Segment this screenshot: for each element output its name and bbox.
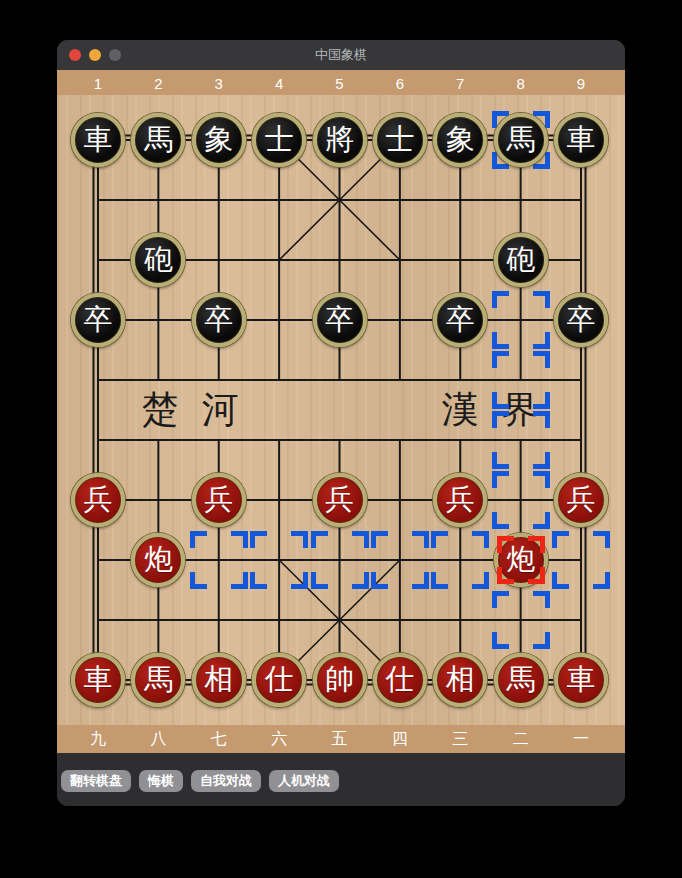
piece-black-elephant[interactable]: 象 [433,113,487,167]
piece-black-soldier[interactable]: 卒 [554,293,608,347]
legal-move-marker[interactable] [492,591,550,649]
file-label: 7 [456,74,464,91]
piece-red-soldier[interactable]: 兵 [313,473,367,527]
undo-move-button[interactable]: 悔棋 [139,770,183,792]
piece-red-chariot[interactable]: 車 [554,653,608,707]
file-label: 4 [275,74,283,91]
file-label: 八 [150,729,166,750]
piece-red-horse[interactable]: 馬 [494,653,548,707]
file-label: 六 [271,729,287,750]
piece-red-advisor[interactable]: 仕 [252,653,306,707]
file-label: 1 [94,74,102,91]
file-label: 二 [513,729,529,750]
bottom-file-labels: 九八七六五四三二一 [57,725,625,753]
file-label: 四 [392,729,408,750]
human-vs-ai-button[interactable]: 人机对战 [269,770,339,792]
piece-red-soldier[interactable]: 兵 [192,473,246,527]
piece-red-soldier[interactable]: 兵 [433,473,487,527]
piece-red-horse[interactable]: 馬 [131,653,185,707]
piece-red-cannon[interactable]: 炮 [131,533,185,587]
piece-black-soldier[interactable]: 卒 [433,293,487,347]
river-character: 河 [202,385,239,435]
file-label: 一 [573,729,589,750]
piece-red-advisor[interactable]: 仕 [373,653,427,707]
file-label: 三 [452,729,468,750]
file-label: 8 [516,74,524,91]
piece-black-cannon[interactable]: 砲 [131,233,185,287]
piece-black-cannon[interactable]: 砲 [494,233,548,287]
piece-black-horse[interactable]: 馬 [131,113,185,167]
legal-move-marker[interactable] [492,411,550,469]
legal-move-marker[interactable] [190,531,248,589]
river-character: 漢 [442,385,479,435]
title-bar[interactable]: 中国象棋 [57,40,625,70]
file-label: 6 [396,74,404,91]
piece-black-chariot[interactable]: 車 [71,113,125,167]
selected-piece-marker [497,536,545,584]
control-button-bar: 翻转棋盘 悔棋 自我对战 人机对战 [57,753,625,806]
xiangqi-board[interactable]: 楚河漢界車馬象士將士象馬車砲砲卒卒卒卒卒兵兵兵兵兵炮炮車馬相仕帥仕相馬車 [57,95,625,725]
river-character: 楚 [142,385,179,435]
legal-move-marker[interactable] [492,351,550,409]
legal-move-marker[interactable] [552,531,610,589]
file-label: 5 [335,74,343,91]
piece-red-chariot[interactable]: 車 [71,653,125,707]
piece-red-elephant[interactable]: 相 [192,653,246,707]
piece-black-advisor[interactable]: 士 [373,113,427,167]
legal-move-marker[interactable] [492,291,550,349]
file-label: 2 [154,74,162,91]
piece-black-elephant[interactable]: 象 [192,113,246,167]
legal-move-marker[interactable] [311,531,369,589]
piece-black-chariot[interactable]: 車 [554,113,608,167]
file-label: 九 [90,729,106,750]
piece-black-soldier[interactable]: 卒 [192,293,246,347]
file-label: 七 [211,729,227,750]
piece-red-soldier[interactable]: 兵 [71,473,125,527]
piece-red-elephant[interactable]: 相 [433,653,487,707]
piece-black-soldier[interactable]: 卒 [71,293,125,347]
app-window: 中国象棋 123456789 楚河漢界車馬象士將士象馬車砲砲卒卒卒卒卒兵兵兵兵兵… [57,40,625,806]
piece-black-soldier[interactable]: 卒 [313,293,367,347]
file-label: 3 [215,74,223,91]
piece-red-soldier[interactable]: 兵 [554,473,608,527]
piece-black-horse[interactable]: 馬 [494,113,548,167]
flip-board-button[interactable]: 翻转棋盘 [61,770,131,792]
piece-red-general[interactable]: 帥 [313,653,367,707]
window-title: 中国象棋 [57,46,625,64]
piece-black-general[interactable]: 將 [313,113,367,167]
legal-move-marker[interactable] [371,531,429,589]
top-file-labels: 123456789 [57,70,625,95]
legal-move-marker[interactable] [250,531,308,589]
legal-move-marker[interactable] [492,471,550,529]
file-label: 9 [577,74,585,91]
file-label: 五 [332,729,348,750]
legal-move-marker[interactable] [431,531,489,589]
self-play-button[interactable]: 自我对战 [191,770,261,792]
piece-black-advisor[interactable]: 士 [252,113,306,167]
